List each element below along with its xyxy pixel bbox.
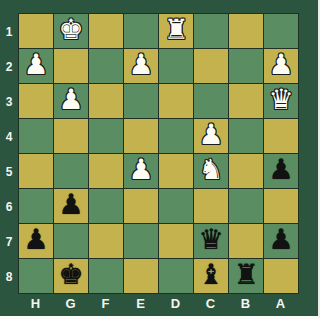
square-e8[interactable] [124,259,158,293]
square-a3[interactable]: ♛ [264,84,298,118]
black-rook-piece: ♜ [233,261,258,289]
rank-label-5: 5 [0,154,18,189]
rank-label-3: 3 [0,84,18,119]
rank-label-8: 8 [0,259,18,294]
square-c5[interactable]: ♞ [194,154,228,188]
black-pawn-piece: ♟ [23,226,48,254]
square-d3[interactable] [159,84,193,118]
square-h8[interactable] [19,259,53,293]
white-knight-piece: ♞ [198,156,223,184]
white-pawn-piece: ♟ [128,51,153,79]
file-label-b: B [228,296,263,311]
square-g6[interactable]: ♟ [54,189,88,223]
square-c3[interactable] [194,84,228,118]
square-b5[interactable] [229,154,263,188]
white-queen-piece: ♛ [268,86,293,114]
square-b1[interactable] [229,14,263,48]
file-labels: HGFEDCBA [18,296,298,311]
square-c8[interactable]: ♝ [194,259,228,293]
square-f6[interactable] [89,189,123,223]
square-f3[interactable] [89,84,123,118]
square-h7[interactable]: ♟ [19,224,53,258]
square-a2[interactable]: ♟ [264,49,298,83]
square-e5[interactable]: ♟ [124,154,158,188]
square-e3[interactable] [124,84,158,118]
square-d2[interactable] [159,49,193,83]
rank-label-4: 4 [0,119,18,154]
square-e6[interactable] [124,189,158,223]
square-a4[interactable] [264,119,298,153]
square-b8[interactable]: ♜ [229,259,263,293]
square-e7[interactable] [124,224,158,258]
square-f7[interactable] [89,224,123,258]
square-g5[interactable] [54,154,88,188]
square-d4[interactable] [159,119,193,153]
chess-board: ♚♜♟♟♟♟♛♟♟♞♟♟♟♛♟♚♝♜ [18,13,299,294]
square-e2[interactable]: ♟ [124,49,158,83]
square-b7[interactable] [229,224,263,258]
square-e4[interactable] [124,119,158,153]
square-h1[interactable] [19,14,53,48]
square-c2[interactable] [194,49,228,83]
square-f5[interactable] [89,154,123,188]
file-label-f: F [88,296,123,311]
rank-label-1: 1 [0,14,18,49]
black-bishop-piece: ♝ [198,261,223,289]
square-f2[interactable] [89,49,123,83]
square-f4[interactable] [89,119,123,153]
square-c1[interactable] [194,14,228,48]
square-d5[interactable] [159,154,193,188]
square-h4[interactable] [19,119,53,153]
square-g2[interactable] [54,49,88,83]
rank-label-7: 7 [0,224,18,259]
square-d1[interactable]: ♜ [159,14,193,48]
white-pawn-piece: ♟ [58,86,83,114]
square-a1[interactable] [264,14,298,48]
black-queen-piece: ♛ [198,226,223,254]
file-label-h: H [18,296,53,311]
black-pawn-piece: ♟ [268,156,293,184]
square-g4[interactable] [54,119,88,153]
square-g3[interactable]: ♟ [54,84,88,118]
square-b3[interactable] [229,84,263,118]
white-rook-piece: ♜ [163,16,188,44]
square-g1[interactable]: ♚ [54,14,88,48]
square-b2[interactable] [229,49,263,83]
square-e1[interactable] [124,14,158,48]
square-h5[interactable] [19,154,53,188]
square-h6[interactable] [19,189,53,223]
square-c4[interactable]: ♟ [194,119,228,153]
square-c6[interactable] [194,189,228,223]
square-c7[interactable]: ♛ [194,224,228,258]
square-g8[interactable]: ♚ [54,259,88,293]
square-d7[interactable] [159,224,193,258]
black-king-piece: ♚ [58,261,83,289]
rank-label-6: 6 [0,189,18,224]
square-a8[interactable] [264,259,298,293]
square-b4[interactable] [229,119,263,153]
square-b6[interactable] [229,189,263,223]
square-a6[interactable] [264,189,298,223]
square-h2[interactable]: ♟ [19,49,53,83]
square-a7[interactable]: ♟ [264,224,298,258]
white-pawn-piece: ♟ [23,51,48,79]
square-g7[interactable] [54,224,88,258]
square-d8[interactable] [159,259,193,293]
square-a5[interactable]: ♟ [264,154,298,188]
square-h3[interactable] [19,84,53,118]
rank-label-2: 2 [0,49,18,84]
square-d6[interactable] [159,189,193,223]
white-pawn-piece: ♟ [198,121,223,149]
file-label-e: E [123,296,158,311]
rank-labels: 12345678 [0,14,18,294]
file-label-d: D [158,296,193,311]
chess-diagram: 12345678 ♚♜♟♟♟♟♛♟♟♞♟♟♟♛♟♚♝♜ HGFEDCBA [0,0,320,319]
square-f8[interactable] [89,259,123,293]
file-label-c: C [193,296,228,311]
file-label-a: A [263,296,298,311]
black-pawn-piece: ♟ [268,226,293,254]
file-label-g: G [53,296,88,311]
black-pawn-piece: ♟ [58,191,83,219]
white-pawn-piece: ♟ [268,51,293,79]
square-f1[interactable] [89,14,123,48]
white-king-piece: ♚ [58,16,83,44]
white-pawn-piece: ♟ [128,156,153,184]
